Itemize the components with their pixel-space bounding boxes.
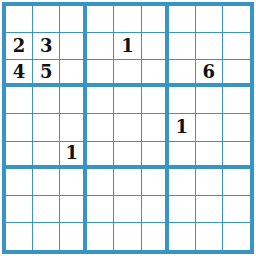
cell-r7c3[interactable] — [60, 169, 87, 196]
cell-r7c4[interactable] — [87, 169, 114, 196]
cell-r9c7[interactable] — [169, 223, 196, 250]
cell-r7c2[interactable] — [33, 169, 60, 196]
cell-r9c4[interactable] — [87, 223, 114, 250]
cell-r4c5[interactable] — [114, 87, 141, 114]
given-digit: 5 — [40, 63, 53, 81]
cell-r5c5[interactable] — [114, 114, 141, 141]
cell-r6c6[interactable] — [142, 142, 169, 169]
cell-r1c7[interactable] — [169, 6, 196, 33]
given-digit: 1 — [121, 37, 134, 55]
cell-r3c2[interactable]: 5 — [33, 60, 60, 87]
cell-r8c9[interactable] — [223, 196, 250, 223]
cell-r2c3[interactable] — [60, 33, 87, 60]
cell-r3c8[interactable]: 6 — [196, 60, 223, 87]
given-digit: 3 — [40, 37, 53, 55]
given-digit: 6 — [203, 63, 216, 81]
cell-r3c4[interactable] — [87, 60, 114, 87]
cell-r5c4[interactable] — [87, 114, 114, 141]
cell-r5c3[interactable] — [60, 114, 87, 141]
cell-r3c1[interactable]: 4 — [6, 60, 33, 87]
cell-r8c7[interactable] — [169, 196, 196, 223]
cell-r7c7[interactable] — [169, 169, 196, 196]
cell-r9c6[interactable] — [142, 223, 169, 250]
cell-r6c2[interactable] — [33, 142, 60, 169]
cell-r3c5[interactable] — [114, 60, 141, 87]
cell-r9c1[interactable] — [6, 223, 33, 250]
cell-r3c9[interactable] — [223, 60, 250, 87]
cell-r3c3[interactable] — [60, 60, 87, 87]
cell-r9c9[interactable] — [223, 223, 250, 250]
cell-r5c8[interactable] — [196, 114, 223, 141]
given-digit: 4 — [13, 63, 26, 81]
cell-r8c1[interactable] — [6, 196, 33, 223]
cell-r6c3[interactable]: 1 — [60, 142, 87, 169]
cell-r1c5[interactable] — [114, 6, 141, 33]
cell-r5c6[interactable] — [142, 114, 169, 141]
cell-r3c7[interactable] — [169, 60, 196, 87]
cell-r8c3[interactable] — [60, 196, 87, 223]
cell-r2c5[interactable]: 1 — [114, 33, 141, 60]
cell-r4c4[interactable] — [87, 87, 114, 114]
cell-r7c8[interactable] — [196, 169, 223, 196]
cell-r5c7[interactable]: 1 — [169, 114, 196, 141]
cell-r7c5[interactable] — [114, 169, 141, 196]
cell-r1c3[interactable] — [60, 6, 87, 33]
cell-r1c4[interactable] — [87, 6, 114, 33]
cell-r9c3[interactable] — [60, 223, 87, 250]
cell-r3c6[interactable] — [142, 60, 169, 87]
cell-r4c3[interactable] — [60, 87, 87, 114]
cell-r4c8[interactable] — [196, 87, 223, 114]
cell-r6c5[interactable] — [114, 142, 141, 169]
cell-r2c7[interactable] — [169, 33, 196, 60]
cell-r8c8[interactable] — [196, 196, 223, 223]
cell-r6c4[interactable] — [87, 142, 114, 169]
cell-r5c9[interactable] — [223, 114, 250, 141]
cell-r9c2[interactable] — [33, 223, 60, 250]
cell-r7c6[interactable] — [142, 169, 169, 196]
cell-r2c8[interactable] — [196, 33, 223, 60]
cell-r8c4[interactable] — [87, 196, 114, 223]
cell-r6c7[interactable] — [169, 142, 196, 169]
cell-r7c1[interactable] — [6, 169, 33, 196]
cell-r5c2[interactable] — [33, 114, 60, 141]
cell-r1c6[interactable] — [142, 6, 169, 33]
cell-r4c1[interactable] — [6, 87, 33, 114]
given-digit: 2 — [13, 37, 26, 55]
cell-r2c9[interactable] — [223, 33, 250, 60]
cell-r6c1[interactable] — [6, 142, 33, 169]
cell-r2c1[interactable]: 2 — [6, 33, 33, 60]
cell-r1c2[interactable] — [33, 6, 60, 33]
given-digit: 1 — [66, 144, 79, 162]
cell-r4c2[interactable] — [33, 87, 60, 114]
cell-r8c6[interactable] — [142, 196, 169, 223]
cell-r8c5[interactable] — [114, 196, 141, 223]
cell-r6c9[interactable] — [223, 142, 250, 169]
cell-r8c2[interactable] — [33, 196, 60, 223]
cell-r2c6[interactable] — [142, 33, 169, 60]
cell-r4c9[interactable] — [223, 87, 250, 114]
cell-r5c1[interactable] — [6, 114, 33, 141]
cell-r2c2[interactable]: 3 — [33, 33, 60, 60]
cell-r1c1[interactable] — [6, 6, 33, 33]
cell-r1c9[interactable] — [223, 6, 250, 33]
cell-r1c8[interactable] — [196, 6, 223, 33]
cell-r7c9[interactable] — [223, 169, 250, 196]
cell-r4c6[interactable] — [142, 87, 169, 114]
cell-r4c7[interactable] — [169, 87, 196, 114]
given-digit: 1 — [175, 118, 188, 136]
cell-r9c5[interactable] — [114, 223, 141, 250]
sudoku-board: 23145611 — [2, 2, 254, 254]
cell-r6c8[interactable] — [196, 142, 223, 169]
cell-r2c4[interactable] — [87, 33, 114, 60]
cell-r9c8[interactable] — [196, 223, 223, 250]
